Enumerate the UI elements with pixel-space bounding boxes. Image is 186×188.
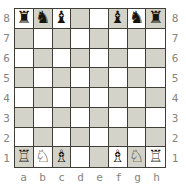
square-b7[interactable] [34,29,53,49]
file-label-h: h [147,168,166,187]
square-a2[interactable] [15,128,34,148]
square-d7[interactable] [71,29,90,49]
square-d4[interactable] [71,88,90,108]
rank-label-left-6: 6 [0,48,13,68]
square-d6[interactable] [71,49,90,69]
square-f8[interactable]: ♝ [109,9,128,29]
rank-labels-right: 87654321 [168,8,182,168]
rank-label-right-7: 7 [168,28,182,48]
square-a7[interactable] [15,29,34,49]
rank-label-left-3: 3 [0,108,13,128]
square-b4[interactable] [34,88,53,108]
white-knight-b1[interactable]: ♘ [35,148,50,165]
rank-label-right-4: 4 [168,88,182,108]
black-knight-b8[interactable]: ♞ [35,9,50,26]
rank-label-left-7: 7 [0,28,13,48]
square-b3[interactable] [34,108,53,128]
file-label-c: c [52,168,71,187]
square-f3[interactable] [109,108,128,128]
square-b2[interactable] [34,128,53,148]
square-c2[interactable] [53,128,72,148]
square-e6[interactable] [90,49,109,69]
white-rook-h1[interactable]: ♖ [148,148,163,165]
square-h4[interactable] [146,88,165,108]
square-h2[interactable] [146,128,165,148]
square-c4[interactable] [53,88,72,108]
square-h1[interactable]: ♖ [146,147,165,167]
rank-label-right-8: 8 [168,8,182,28]
black-knight-g8[interactable]: ♞ [129,9,144,26]
rank-label-left-4: 4 [0,88,13,108]
white-bishop-c1[interactable]: ♗ [54,148,69,165]
file-label-a: a [14,168,33,187]
square-b8[interactable]: ♞ [34,9,53,29]
rank-label-left-2: 2 [0,128,13,148]
rank-label-left-5: 5 [0,68,13,88]
square-f2[interactable] [109,128,128,148]
square-d1[interactable] [71,147,90,167]
square-c3[interactable] [53,108,72,128]
square-b1[interactable]: ♘ [34,147,53,167]
rank-label-right-3: 3 [168,108,182,128]
square-e2[interactable] [90,128,109,148]
square-a8[interactable]: ♜ [15,9,34,29]
rank-label-left-1: 1 [0,148,13,168]
file-label-b: b [33,168,52,187]
square-c6[interactable] [53,49,72,69]
square-g7[interactable] [128,29,147,49]
square-a1[interactable]: ♖ [15,147,34,167]
white-rook-a1[interactable]: ♖ [16,148,31,165]
square-f5[interactable] [109,68,128,88]
square-d2[interactable] [71,128,90,148]
square-h5[interactable] [146,68,165,88]
square-h3[interactable] [146,108,165,128]
file-label-g: g [128,168,147,187]
square-a3[interactable] [15,108,34,128]
rank-label-right-1: 1 [168,148,182,168]
square-e3[interactable] [90,108,109,128]
square-e7[interactable] [90,29,109,49]
square-d3[interactable] [71,108,90,128]
file-label-f: f [109,168,128,187]
square-f1[interactable]: ♗ [109,147,128,167]
square-a5[interactable] [15,68,34,88]
rank-label-right-2: 2 [168,128,182,148]
square-g1[interactable]: ♘ [128,147,147,167]
square-a4[interactable] [15,88,34,108]
square-b6[interactable] [34,49,53,69]
square-g2[interactable] [128,128,147,148]
square-c7[interactable] [53,29,72,49]
square-e8[interactable] [90,9,109,29]
black-bishop-c8[interactable]: ♝ [54,9,69,26]
black-bishop-f8[interactable]: ♝ [110,9,125,26]
square-d8[interactable] [71,9,90,29]
square-h7[interactable] [146,29,165,49]
file-label-e: e [90,168,109,187]
square-g8[interactable]: ♞ [128,9,147,29]
square-c5[interactable] [53,68,72,88]
square-f7[interactable] [109,29,128,49]
rank-label-right-6: 6 [168,48,182,68]
square-h6[interactable] [146,49,165,69]
square-e4[interactable] [90,88,109,108]
rank-label-left-8: 8 [0,8,13,28]
square-g6[interactable] [128,49,147,69]
black-rook-h8[interactable]: ♜ [148,9,163,26]
square-e5[interactable] [90,68,109,88]
rank-label-right-5: 5 [168,68,182,88]
file-label-d: d [71,168,90,187]
square-f4[interactable] [109,88,128,108]
square-h8[interactable]: ♜ [146,9,165,29]
square-g4[interactable] [128,88,147,108]
white-knight-g1[interactable]: ♘ [129,148,144,165]
square-f6[interactable] [109,49,128,69]
square-a6[interactable] [15,49,34,69]
square-g5[interactable] [128,68,147,88]
rank-labels-left: 87654321 [0,8,13,168]
chess-diagram: 87654321 ♜♞♝♝♞♜♖♘♗♗♘♖ 87654321 abcdefgh [0,0,186,188]
chess-board: ♜♞♝♝♞♜♖♘♗♗♘♖ [14,8,166,168]
square-c8[interactable]: ♝ [53,9,72,29]
square-b5[interactable] [34,68,53,88]
white-bishop-f1[interactable]: ♗ [110,148,125,165]
file-labels-bottom: abcdefgh [14,168,166,187]
square-e1[interactable] [90,147,109,167]
square-g3[interactable] [128,108,147,128]
square-c1[interactable]: ♗ [53,147,72,167]
black-rook-a8[interactable]: ♜ [16,9,31,26]
square-d5[interactable] [71,68,90,88]
